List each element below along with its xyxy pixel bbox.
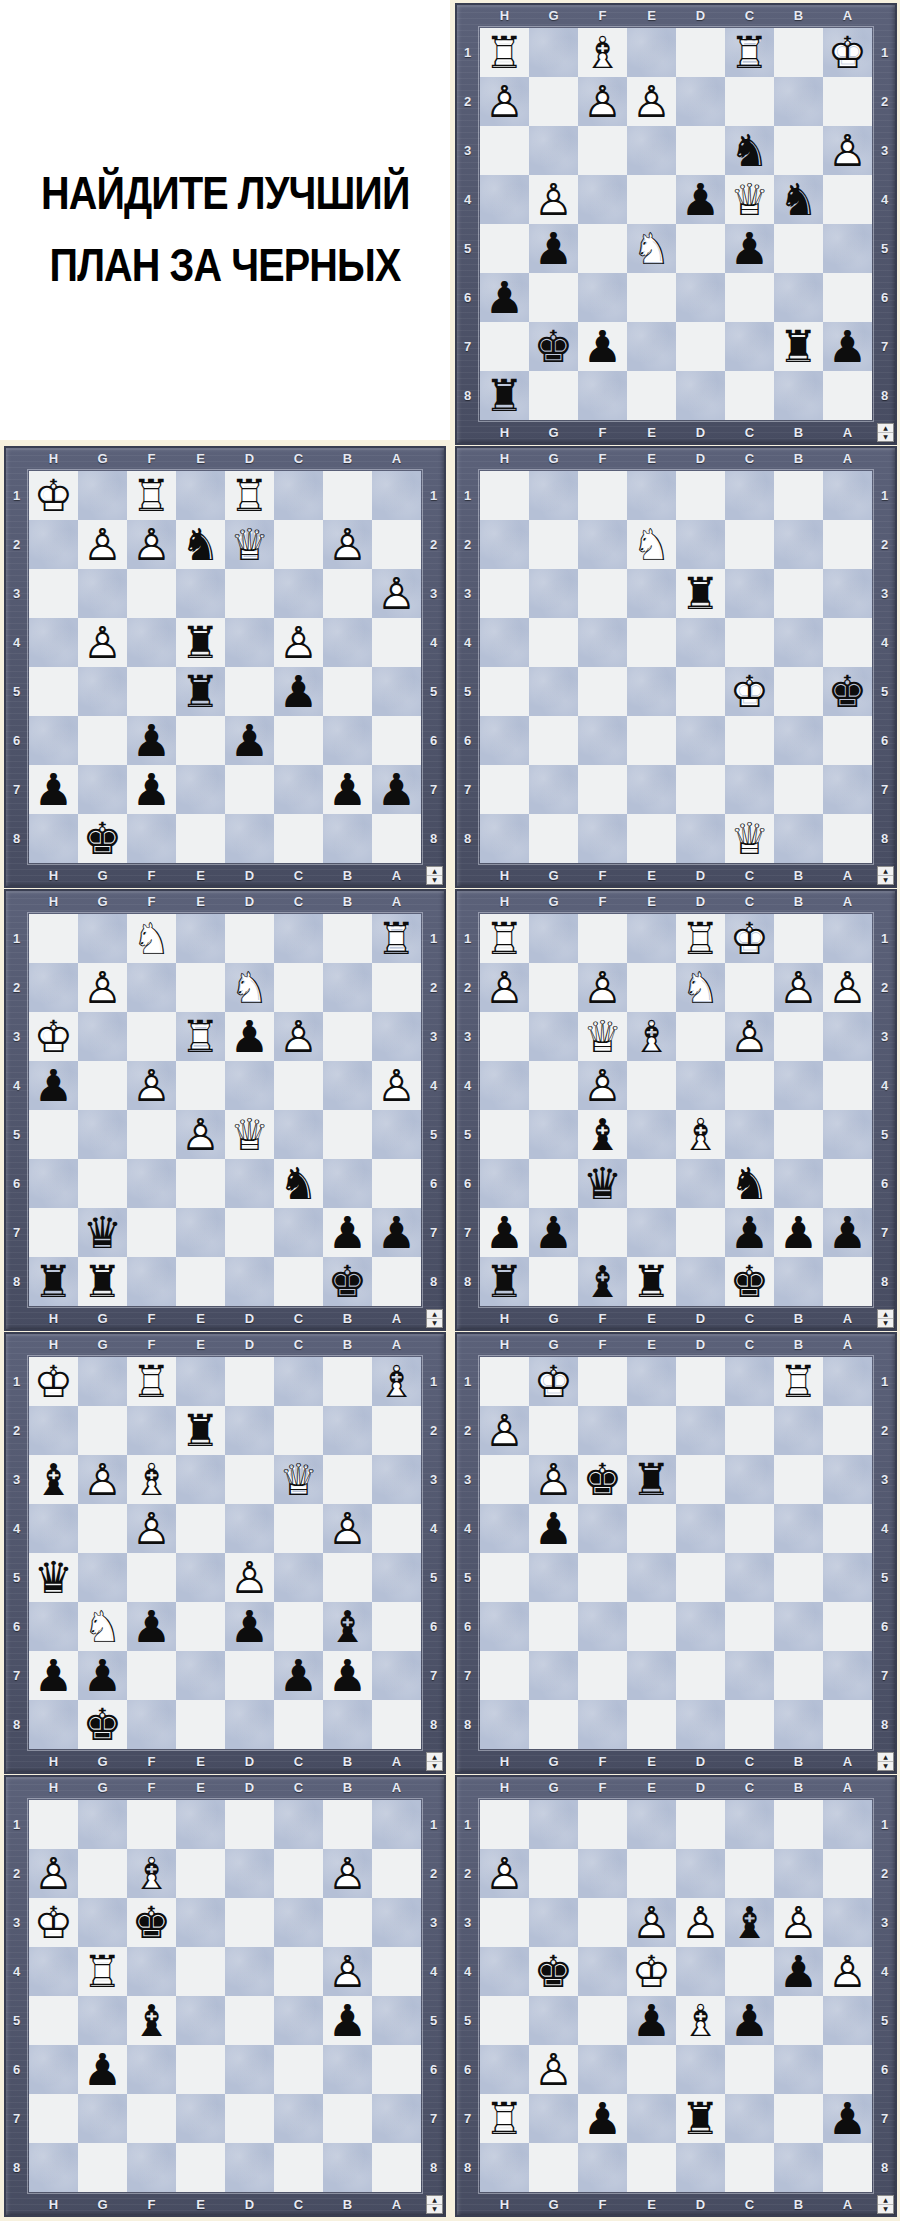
- square-d4[interactable]: [676, 1504, 725, 1553]
- square-d2[interactable]: [225, 1406, 274, 1455]
- square-f1[interactable]: [578, 471, 627, 520]
- square-g4[interactable]: ♜♖: [78, 1947, 127, 1996]
- square-c7[interactable]: [725, 322, 774, 371]
- square-d5[interactable]: ♛♕: [225, 1110, 274, 1159]
- square-g7[interactable]: ♟: [529, 1208, 578, 1257]
- square-h6[interactable]: [480, 2045, 529, 2094]
- square-f8[interactable]: [127, 1700, 176, 1749]
- square-c7[interactable]: [725, 1651, 774, 1700]
- square-g2[interactable]: [529, 1849, 578, 1898]
- square-c7[interactable]: [274, 765, 323, 814]
- square-a6[interactable]: [372, 1602, 421, 1651]
- square-b8[interactable]: [323, 814, 372, 863]
- square-a6[interactable]: [372, 1159, 421, 1208]
- square-g4[interactable]: [78, 1061, 127, 1110]
- square-d6[interactable]: [225, 1159, 274, 1208]
- square-h5[interactable]: [29, 667, 78, 716]
- square-a3[interactable]: ♟♙: [823, 126, 872, 175]
- square-h6[interactable]: [29, 2045, 78, 2094]
- square-e7[interactable]: [176, 1651, 225, 1700]
- square-f6[interactable]: [578, 1602, 627, 1651]
- square-a4[interactable]: [823, 1061, 872, 1110]
- board-spinner[interactable]: ▲▼: [877, 866, 894, 885]
- square-g3[interactable]: [529, 1898, 578, 1947]
- square-f2[interactable]: [127, 963, 176, 1012]
- square-b7[interactable]: ♟: [323, 765, 372, 814]
- square-f3[interactable]: [578, 569, 627, 618]
- square-a2[interactable]: [372, 1406, 421, 1455]
- square-d7[interactable]: [225, 765, 274, 814]
- square-f6[interactable]: [578, 716, 627, 765]
- square-c3[interactable]: ♛♕: [274, 1455, 323, 1504]
- square-a6[interactable]: [372, 2045, 421, 2094]
- square-b5[interactable]: [323, 667, 372, 716]
- square-g8[interactable]: [78, 2143, 127, 2192]
- square-d3[interactable]: ♜: [676, 569, 725, 618]
- square-b3[interactable]: [323, 1898, 372, 1947]
- square-b4[interactable]: ♞: [774, 175, 823, 224]
- square-g6[interactable]: [529, 1602, 578, 1651]
- square-c8[interactable]: ♛♕: [725, 814, 774, 863]
- square-b4[interactable]: [774, 1504, 823, 1553]
- square-c1[interactable]: [725, 1357, 774, 1406]
- square-b5[interactable]: [774, 1996, 823, 2045]
- square-f1[interactable]: ♜♖: [127, 471, 176, 520]
- square-h3[interactable]: ♝: [29, 1455, 78, 1504]
- square-c8[interactable]: ♚: [725, 1257, 774, 1306]
- square-e5[interactable]: [176, 1996, 225, 2045]
- square-g1[interactable]: ♚♔: [529, 1357, 578, 1406]
- square-h3[interactable]: [480, 569, 529, 618]
- square-c7[interactable]: [725, 765, 774, 814]
- square-g4[interactable]: ♟♙: [78, 618, 127, 667]
- square-h8[interactable]: [29, 2143, 78, 2192]
- square-c7[interactable]: [274, 1208, 323, 1257]
- square-c5[interactable]: [274, 1553, 323, 1602]
- square-d3[interactable]: [676, 1012, 725, 1061]
- spinner-down-icon[interactable]: ▼: [878, 1319, 893, 1327]
- square-d8[interactable]: [676, 371, 725, 420]
- square-g2[interactable]: [529, 1406, 578, 1455]
- spinner-up-icon[interactable]: ▲: [878, 1753, 893, 1762]
- square-b2[interactable]: ♟♙: [774, 963, 823, 1012]
- square-d4[interactable]: [676, 618, 725, 667]
- square-h8[interactable]: ♜: [480, 371, 529, 420]
- square-d6[interactable]: [676, 273, 725, 322]
- square-f8[interactable]: ♝: [578, 1257, 627, 1306]
- square-a1[interactable]: [372, 471, 421, 520]
- square-a7[interactable]: [823, 765, 872, 814]
- square-f5[interactable]: [127, 1553, 176, 1602]
- square-g6[interactable]: ♞♘: [78, 1602, 127, 1651]
- square-b4[interactable]: [774, 1061, 823, 1110]
- square-g1[interactable]: [529, 471, 578, 520]
- square-e2[interactable]: ♟♙: [627, 77, 676, 126]
- square-a2[interactable]: [372, 520, 421, 569]
- square-c1[interactable]: ♜♖: [725, 28, 774, 77]
- square-a2[interactable]: [372, 963, 421, 1012]
- square-e8[interactable]: ♜: [627, 1257, 676, 1306]
- square-b7[interactable]: ♟: [323, 1208, 372, 1257]
- square-h6[interactable]: [480, 1602, 529, 1651]
- square-g1[interactable]: [529, 1800, 578, 1849]
- square-f1[interactable]: ♝♗: [578, 28, 627, 77]
- spinner-down-icon[interactable]: ▼: [878, 433, 893, 441]
- square-h5[interactable]: [480, 1110, 529, 1159]
- square-e7[interactable]: [627, 1208, 676, 1257]
- square-b5[interactable]: [774, 667, 823, 716]
- square-d3[interactable]: [676, 1455, 725, 1504]
- square-c1[interactable]: [274, 914, 323, 963]
- square-d4[interactable]: [225, 1504, 274, 1553]
- square-a7[interactable]: [372, 2094, 421, 2143]
- square-c6[interactable]: ♞: [725, 1159, 774, 1208]
- square-c3[interactable]: [274, 569, 323, 618]
- square-h4[interactable]: ♟: [29, 1061, 78, 1110]
- square-h5[interactable]: [480, 1553, 529, 1602]
- square-g4[interactable]: ♟♙: [529, 175, 578, 224]
- board-spinner[interactable]: ▲▼: [877, 1309, 894, 1328]
- square-e7[interactable]: [627, 1651, 676, 1700]
- square-g2[interactable]: [529, 963, 578, 1012]
- square-c5[interactable]: [274, 1110, 323, 1159]
- square-d1[interactable]: [676, 28, 725, 77]
- square-f5[interactable]: ♝: [578, 1110, 627, 1159]
- square-d2[interactable]: [676, 1849, 725, 1898]
- square-f3[interactable]: ♛♕: [578, 1012, 627, 1061]
- square-b6[interactable]: [774, 273, 823, 322]
- square-f5[interactable]: [578, 224, 627, 273]
- square-c6[interactable]: [274, 2045, 323, 2094]
- square-a5[interactable]: ♚: [823, 667, 872, 716]
- square-d6[interactable]: [225, 2045, 274, 2094]
- square-d4[interactable]: [225, 1947, 274, 1996]
- square-h6[interactable]: [29, 1602, 78, 1651]
- square-b4[interactable]: [323, 1061, 372, 1110]
- square-d2[interactable]: ♞♘: [676, 963, 725, 1012]
- square-b8[interactable]: [774, 2143, 823, 2192]
- square-a1[interactable]: [823, 471, 872, 520]
- square-c1[interactable]: ♚♔: [725, 914, 774, 963]
- square-g1[interactable]: [529, 28, 578, 77]
- square-h1[interactable]: ♚♔: [29, 1357, 78, 1406]
- square-b1[interactable]: [323, 471, 372, 520]
- square-a4[interactable]: [823, 618, 872, 667]
- square-h1[interactable]: ♚♔: [29, 471, 78, 520]
- square-a8[interactable]: [823, 1700, 872, 1749]
- square-c2[interactable]: [725, 520, 774, 569]
- square-a7[interactable]: [372, 1651, 421, 1700]
- square-f7[interactable]: ♟: [578, 2094, 627, 2143]
- square-h3[interactable]: [480, 126, 529, 175]
- square-g2[interactable]: [529, 520, 578, 569]
- square-h2[interactable]: ♟♙: [480, 1406, 529, 1455]
- square-g2[interactable]: ♟♙: [78, 963, 127, 1012]
- square-d8[interactable]: [676, 1700, 725, 1749]
- square-h7[interactable]: [480, 765, 529, 814]
- square-c5[interactable]: ♟: [725, 224, 774, 273]
- square-c8[interactable]: [725, 1700, 774, 1749]
- square-e2[interactable]: [176, 963, 225, 1012]
- square-h5[interactable]: [480, 1996, 529, 2045]
- square-g8[interactable]: [529, 814, 578, 863]
- square-c5[interactable]: [725, 1110, 774, 1159]
- square-g2[interactable]: [78, 1406, 127, 1455]
- square-e6[interactable]: [176, 1602, 225, 1651]
- square-e2[interactable]: ♞♘: [627, 520, 676, 569]
- square-g3[interactable]: [529, 126, 578, 175]
- square-h7[interactable]: [480, 1651, 529, 1700]
- square-c7[interactable]: [725, 2094, 774, 2143]
- square-h5[interactable]: [480, 667, 529, 716]
- square-d1[interactable]: [676, 1800, 725, 1849]
- square-h6[interactable]: [480, 1159, 529, 1208]
- square-e5[interactable]: ♟♙: [176, 1110, 225, 1159]
- square-e7[interactable]: [176, 765, 225, 814]
- square-f2[interactable]: [578, 1406, 627, 1455]
- square-h4[interactable]: [480, 1504, 529, 1553]
- square-a6[interactable]: [823, 716, 872, 765]
- square-c5[interactable]: [274, 1996, 323, 2045]
- square-c4[interactable]: [725, 1947, 774, 1996]
- square-d7[interactable]: [225, 1208, 274, 1257]
- square-d5[interactable]: ♝♗: [676, 1110, 725, 1159]
- square-b1[interactable]: [774, 1800, 823, 1849]
- square-e6[interactable]: [627, 1602, 676, 1651]
- square-d3[interactable]: [225, 1455, 274, 1504]
- board-spinner[interactable]: ▲▼: [426, 866, 443, 885]
- square-c8[interactable]: [274, 2143, 323, 2192]
- square-g1[interactable]: [78, 914, 127, 963]
- square-a4[interactable]: [372, 1947, 421, 1996]
- square-c3[interactable]: ♞: [725, 126, 774, 175]
- square-a3[interactable]: [372, 1898, 421, 1947]
- square-h1[interactable]: [29, 914, 78, 963]
- square-e8[interactable]: [176, 814, 225, 863]
- square-a5[interactable]: [372, 1996, 421, 2045]
- square-g5[interactable]: [529, 667, 578, 716]
- square-d3[interactable]: [225, 1898, 274, 1947]
- square-b2[interactable]: [323, 963, 372, 1012]
- square-f1[interactable]: ♞♘: [127, 914, 176, 963]
- square-d4[interactable]: ♟: [676, 175, 725, 224]
- square-a1[interactable]: [372, 1800, 421, 1849]
- square-e4[interactable]: [627, 618, 676, 667]
- square-b6[interactable]: [323, 1159, 372, 1208]
- square-h5[interactable]: ♛: [29, 1553, 78, 1602]
- square-g5[interactable]: [529, 1553, 578, 1602]
- square-c4[interactable]: [274, 1504, 323, 1553]
- square-a6[interactable]: [823, 273, 872, 322]
- square-b4[interactable]: ♟: [774, 1947, 823, 1996]
- square-e1[interactable]: [627, 1357, 676, 1406]
- square-e5[interactable]: ♜: [176, 667, 225, 716]
- square-d2[interactable]: [676, 1406, 725, 1455]
- square-f3[interactable]: ♚: [578, 1455, 627, 1504]
- square-f5[interactable]: [578, 1553, 627, 1602]
- square-f4[interactable]: ♟♙: [127, 1061, 176, 1110]
- square-g8[interactable]: [529, 371, 578, 420]
- square-d5[interactable]: [676, 1553, 725, 1602]
- square-h7[interactable]: ♟: [480, 1208, 529, 1257]
- square-c6[interactable]: ♞: [274, 1159, 323, 1208]
- square-e8[interactable]: [627, 2143, 676, 2192]
- square-b8[interactable]: [323, 2143, 372, 2192]
- square-g7[interactable]: [78, 765, 127, 814]
- square-e5[interactable]: ♞♘: [627, 224, 676, 273]
- square-d6[interactable]: [676, 1602, 725, 1651]
- square-b8[interactable]: [774, 371, 823, 420]
- square-d4[interactable]: [676, 1061, 725, 1110]
- square-a7[interactable]: ♟: [372, 1208, 421, 1257]
- square-a2[interactable]: [823, 77, 872, 126]
- square-b2[interactable]: [774, 1849, 823, 1898]
- square-f2[interactable]: ♟♙: [578, 963, 627, 1012]
- square-b3[interactable]: [774, 1012, 823, 1061]
- square-e1[interactable]: [176, 1800, 225, 1849]
- square-a1[interactable]: [823, 1357, 872, 1406]
- square-d1[interactable]: [676, 1357, 725, 1406]
- square-g4[interactable]: [529, 618, 578, 667]
- square-b7[interactable]: [774, 1651, 823, 1700]
- square-b2[interactable]: ♟♙: [323, 520, 372, 569]
- square-h4[interactable]: [480, 1061, 529, 1110]
- square-g6[interactable]: [529, 716, 578, 765]
- square-a2[interactable]: [823, 1849, 872, 1898]
- square-a5[interactable]: [823, 1996, 872, 2045]
- square-g4[interactable]: ♚: [529, 1947, 578, 1996]
- square-b7[interactable]: ♟: [323, 1651, 372, 1700]
- square-d3[interactable]: ♟: [225, 1012, 274, 1061]
- square-f7[interactable]: ♟: [127, 765, 176, 814]
- square-e1[interactable]: [627, 28, 676, 77]
- square-a5[interactable]: [372, 1110, 421, 1159]
- square-c3[interactable]: [725, 569, 774, 618]
- square-f8[interactable]: [127, 1257, 176, 1306]
- square-b8[interactable]: ♚: [323, 1257, 372, 1306]
- square-a4[interactable]: [372, 1504, 421, 1553]
- square-f6[interactable]: [578, 2045, 627, 2094]
- square-g8[interactable]: [529, 1257, 578, 1306]
- square-a8[interactable]: [823, 2143, 872, 2192]
- square-f5[interactable]: ♝: [127, 1996, 176, 2045]
- square-c2[interactable]: [274, 1849, 323, 1898]
- square-c1[interactable]: [274, 1357, 323, 1406]
- square-d5[interactable]: [676, 224, 725, 273]
- square-h2[interactable]: [29, 520, 78, 569]
- square-b6[interactable]: [774, 2045, 823, 2094]
- square-a6[interactable]: [372, 716, 421, 765]
- square-b8[interactable]: [774, 1700, 823, 1749]
- square-e6[interactable]: [176, 2045, 225, 2094]
- square-g2[interactable]: [78, 1849, 127, 1898]
- spinner-down-icon[interactable]: ▼: [427, 2205, 442, 2213]
- square-f4[interactable]: ♟♙: [578, 1061, 627, 1110]
- square-e6[interactable]: [627, 1159, 676, 1208]
- square-h1[interactable]: ♜♖: [480, 914, 529, 963]
- square-e3[interactable]: [176, 1898, 225, 1947]
- square-c1[interactable]: [725, 471, 774, 520]
- square-e4[interactable]: [176, 1504, 225, 1553]
- square-h5[interactable]: [29, 1996, 78, 2045]
- square-c4[interactable]: ♟♙: [274, 618, 323, 667]
- square-c1[interactable]: [725, 1800, 774, 1849]
- square-d6[interactable]: [676, 2045, 725, 2094]
- square-b2[interactable]: [323, 1406, 372, 1455]
- square-h2[interactable]: ♟♙: [480, 1849, 529, 1898]
- square-e3[interactable]: [176, 1455, 225, 1504]
- square-e2[interactable]: ♞: [176, 520, 225, 569]
- square-e2[interactable]: [627, 1406, 676, 1455]
- square-b1[interactable]: [774, 914, 823, 963]
- square-e7[interactable]: [627, 2094, 676, 2143]
- spinner-down-icon[interactable]: ▼: [878, 876, 893, 884]
- square-a2[interactable]: ♟♙: [823, 963, 872, 1012]
- board-spinner[interactable]: ▲▼: [426, 1309, 443, 1328]
- square-e4[interactable]: [627, 1061, 676, 1110]
- square-d4[interactable]: [676, 1947, 725, 1996]
- square-e3[interactable]: ♝♗: [627, 1012, 676, 1061]
- square-f5[interactable]: [578, 1996, 627, 2045]
- square-b3[interactable]: [323, 1012, 372, 1061]
- spinner-down-icon[interactable]: ▼: [878, 2205, 893, 2213]
- square-f1[interactable]: [578, 1357, 627, 1406]
- square-e2[interactable]: [176, 1849, 225, 1898]
- square-e3[interactable]: [176, 569, 225, 618]
- square-d2[interactable]: [676, 77, 725, 126]
- square-d5[interactable]: ♝♗: [676, 1996, 725, 2045]
- square-h2[interactable]: ♟♙: [29, 1849, 78, 1898]
- square-h3[interactable]: ♚♔: [29, 1012, 78, 1061]
- square-c2[interactable]: [274, 520, 323, 569]
- square-e8[interactable]: [176, 1700, 225, 1749]
- square-h3[interactable]: [480, 1455, 529, 1504]
- square-e1[interactable]: [627, 914, 676, 963]
- square-f7[interactable]: ♟: [578, 322, 627, 371]
- square-h8[interactable]: [29, 1700, 78, 1749]
- square-c3[interactable]: ♟♙: [274, 1012, 323, 1061]
- square-a3[interactable]: [823, 1455, 872, 1504]
- square-f3[interactable]: ♝♗: [127, 1455, 176, 1504]
- square-d8[interactable]: [225, 2143, 274, 2192]
- square-f2[interactable]: [127, 1406, 176, 1455]
- square-g8[interactable]: ♚: [78, 1700, 127, 1749]
- square-g5[interactable]: [78, 1110, 127, 1159]
- square-f7[interactable]: [578, 765, 627, 814]
- square-a8[interactable]: [372, 1700, 421, 1749]
- square-h8[interactable]: ♜: [29, 1257, 78, 1306]
- square-a8[interactable]: [372, 2143, 421, 2192]
- square-g6[interactable]: ♟: [78, 2045, 127, 2094]
- square-g5[interactable]: [529, 1996, 578, 2045]
- square-h4[interactable]: [480, 1947, 529, 1996]
- square-e3[interactable]: [627, 126, 676, 175]
- square-e6[interactable]: [176, 716, 225, 765]
- spinner-down-icon[interactable]: ▼: [427, 1762, 442, 1770]
- square-d4[interactable]: [225, 618, 274, 667]
- square-a5[interactable]: [372, 667, 421, 716]
- square-c3[interactable]: [274, 1898, 323, 1947]
- square-e2[interactable]: [627, 963, 676, 1012]
- square-h6[interactable]: ♟: [480, 273, 529, 322]
- square-e6[interactable]: [627, 2045, 676, 2094]
- square-g1[interactable]: [78, 1800, 127, 1849]
- square-h7[interactable]: ♟: [29, 765, 78, 814]
- square-h4[interactable]: [480, 175, 529, 224]
- square-g7[interactable]: ♛: [78, 1208, 127, 1257]
- square-c8[interactable]: [274, 1257, 323, 1306]
- square-c1[interactable]: [274, 1800, 323, 1849]
